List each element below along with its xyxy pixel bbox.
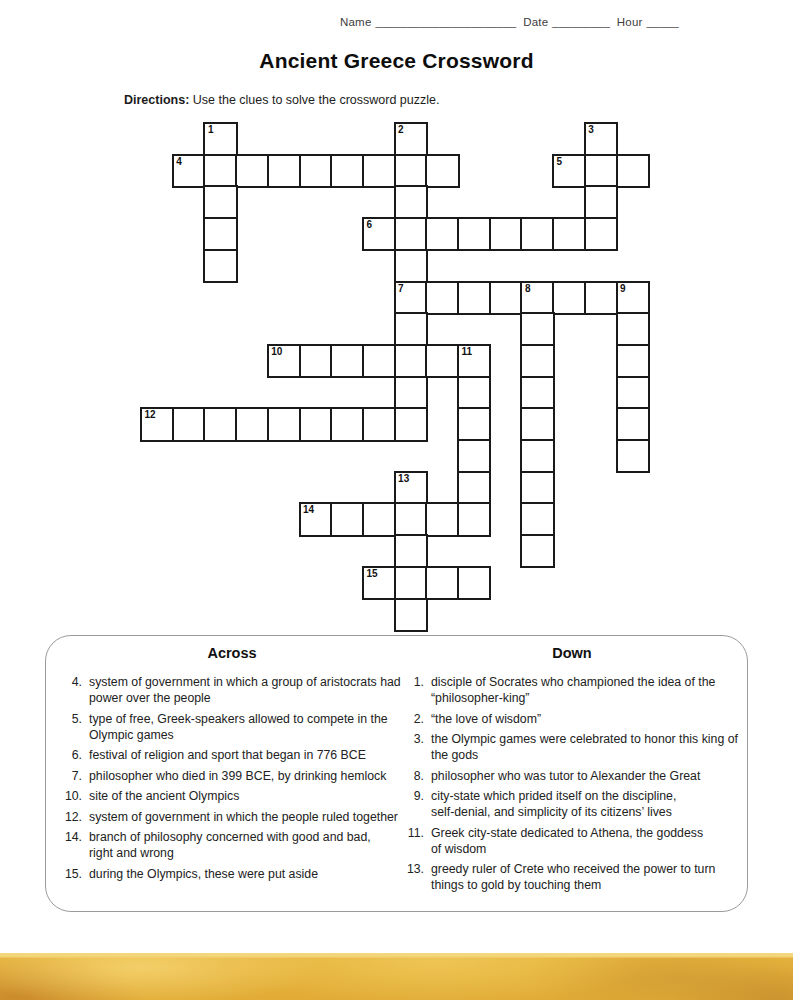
grid-cell-r2c14[interactable] <box>584 185 618 219</box>
down-clues-column: Down 1.disciple of Socrates who champion… <box>404 645 740 898</box>
across-clue-15: 15.during the Olympics, these were put a… <box>62 866 402 882</box>
across-header: Across <box>62 645 402 661</box>
clue-num-label: 6. <box>62 747 82 763</box>
grid-cell-r7c7[interactable] <box>362 344 396 378</box>
grid-cell-r9c7[interactable] <box>362 407 396 441</box>
clue-number-10: 10 <box>271 346 282 358</box>
page-title: Ancient Greece Crossword <box>0 49 793 73</box>
clue-text: festival of religion and sport that bega… <box>89 747 366 763</box>
clue-number-11: 11 <box>462 346 473 358</box>
clue-num-label: 8. <box>404 768 424 784</box>
clue-text: system of government in which a group of… <box>89 674 401 706</box>
grid-cell-r7c5[interactable] <box>299 344 333 378</box>
grid-cell-r6c8[interactable] <box>394 312 428 346</box>
clues-box: Across 4.system of government in which a… <box>45 635 748 912</box>
across-clue-4: 4.system of government in which a group … <box>62 674 402 706</box>
clue-text: site of the ancient Olympics <box>89 788 239 804</box>
grid-cell-r12c12[interactable] <box>520 502 554 536</box>
clue-text: philosopher who died in 399 BCE, by drin… <box>89 768 386 784</box>
clue-num-label: 10. <box>62 788 82 804</box>
clue-num-label: 4. <box>62 674 82 690</box>
clue-number-13: 13 <box>398 473 409 485</box>
clue-num-label: 1. <box>404 674 424 690</box>
clue-number-5: 5 <box>557 156 563 168</box>
name-label: Name <box>340 16 371 28</box>
grid-cell-r12c9[interactable] <box>425 502 459 536</box>
grid-cell-r1c15[interactable] <box>616 154 650 188</box>
clue-number-8: 8 <box>525 283 531 295</box>
grid-cell-r5c8[interactable]: 7 <box>394 281 428 315</box>
grid-cell-r1c7[interactable] <box>362 154 396 188</box>
grid-cell-r1c14[interactable] <box>584 154 618 188</box>
grid-cell-r11c10[interactable] <box>457 471 491 505</box>
clue-num-label: 15. <box>62 866 82 882</box>
grid-cell-r1c1[interactable]: 4 <box>172 154 206 188</box>
across-clue-12: 12.system of government in which the peo… <box>62 809 402 825</box>
grid-cell-r14c9[interactable] <box>425 566 459 600</box>
down-header: Down <box>404 645 740 661</box>
worksheet-page: Name______________________Date_________H… <box>0 0 793 1000</box>
grid-cell-r7c9[interactable] <box>425 344 459 378</box>
clue-number-9: 9 <box>620 283 626 295</box>
grid-cell-r1c3[interactable] <box>235 154 269 188</box>
clue-number-14: 14 <box>303 504 314 516</box>
crossword-grid: 123456789101112131415 <box>140 122 650 632</box>
grid-cell-r12c8[interactable] <box>394 502 428 536</box>
grid-cell-r12c7[interactable] <box>362 502 396 536</box>
across-clue-5: 5.type of free, Greek-speakers allowed t… <box>62 711 402 743</box>
clue-num-label: 5. <box>62 711 82 727</box>
grid-cell-r5c12[interactable]: 8 <box>520 281 554 315</box>
grid-cell-r1c9[interactable] <box>425 154 459 188</box>
grid-cell-r7c12[interactable] <box>520 344 554 378</box>
grid-cell-r9c8[interactable] <box>394 407 428 441</box>
grid-cell-r1c5[interactable] <box>299 154 333 188</box>
clue-num-label: 3. <box>404 731 424 747</box>
directions-line: Directions: Use the clues to solve the c… <box>124 93 439 107</box>
clue-num-label: 13. <box>404 861 424 877</box>
name-date-hour-line: Name______________________Date_________H… <box>340 16 686 28</box>
footer-bar: ANCIENT GREECE– CONTENT AND SKILLS PRACT… <box>0 953 793 1000</box>
clue-number-7: 7 <box>398 283 404 295</box>
grid-cell-r7c10[interactable]: 11 <box>457 344 491 378</box>
grid-cell-r10c10[interactable] <box>457 439 491 473</box>
grid-cell-r7c6[interactable] <box>330 344 364 378</box>
grid-cell-r8c15[interactable] <box>616 376 650 410</box>
grid-cell-r9c2[interactable] <box>203 407 237 441</box>
clue-text: disciple of Socrates who championed the … <box>431 674 715 706</box>
clue-text: type of free, Greek-speakers allowed to … <box>89 711 388 743</box>
clue-text: greedy ruler of Crete who received the p… <box>431 861 715 893</box>
grid-cell-r6c12[interactable] <box>520 312 554 346</box>
grid-cell-r3c13[interactable] <box>552 217 586 251</box>
grid-cell-r13c12[interactable] <box>520 534 554 568</box>
grid-cell-r10c12[interactable] <box>520 439 554 473</box>
clue-number-1: 1 <box>208 124 214 136</box>
grid-cell-r5c13[interactable] <box>552 281 586 315</box>
grid-cell-r8c12[interactable] <box>520 376 554 410</box>
grid-cell-r4c8[interactable] <box>394 249 428 283</box>
grid-cell-r1c4[interactable] <box>267 154 301 188</box>
grid-cell-r7c15[interactable] <box>616 344 650 378</box>
down-clue-2: 2.“the love of wisdom” <box>404 711 740 727</box>
date-blank[interactable]: _________ <box>552 16 610 28</box>
down-clue-9: 9.city-state which prided itself on the … <box>404 788 740 820</box>
grid-cell-r5c9[interactable] <box>425 281 459 315</box>
grid-cell-r5c10[interactable] <box>457 281 491 315</box>
clue-num-label: 7. <box>62 768 82 784</box>
grid-cell-r9c3[interactable] <box>235 407 269 441</box>
grid-cell-r3c12[interactable] <box>520 217 554 251</box>
grid-cell-r1c6[interactable] <box>330 154 364 188</box>
clue-num-label: 12. <box>62 809 82 825</box>
grid-cell-r3c8[interactable] <box>394 217 428 251</box>
clue-text: city-state which prided itself on the di… <box>431 788 676 820</box>
clue-number-12: 12 <box>145 409 156 421</box>
down-clue-13: 13.greedy ruler of Crete who received th… <box>404 861 740 893</box>
grid-cell-r9c10[interactable] <box>457 407 491 441</box>
grid-cell-r9c15[interactable] <box>616 407 650 441</box>
hour-blank[interactable]: _____ <box>647 16 679 28</box>
clue-number-2: 2 <box>398 124 404 136</box>
across-clue-14: 14.branch of philosophy concerned with g… <box>62 829 402 861</box>
down-clue-8: 8.philosopher who was tutor to Alexander… <box>404 768 740 784</box>
grid-cell-r11c8[interactable]: 13 <box>394 471 428 505</box>
grid-cell-r14c7[interactable]: 15 <box>362 566 396 600</box>
grid-cell-r3c7[interactable]: 6 <box>362 217 396 251</box>
grid-cell-r12c6[interactable] <box>330 502 364 536</box>
grid-cell-r3c2[interactable] <box>203 217 237 251</box>
clue-num-label: 2. <box>404 711 424 727</box>
grid-cell-r2c8[interactable] <box>394 185 428 219</box>
name-blank[interactable]: ______________________ <box>375 16 516 28</box>
grid-cell-r1c2[interactable] <box>203 154 237 188</box>
directions-text: Use the clues to solve the crossword puz… <box>189 93 439 107</box>
directions-label: Directions: <box>124 93 189 107</box>
across-clues-list: 4.system of government in which a group … <box>62 674 402 882</box>
clue-text: during the Olympics, these were put asid… <box>89 866 318 882</box>
clue-text: branch of philosophy concerned with good… <box>89 829 371 861</box>
down-clue-11: 11.Greek city-state dedicated to Athena,… <box>404 825 740 857</box>
grid-cell-r9c5[interactable] <box>299 407 333 441</box>
grid-cell-r0c8[interactable]: 2 <box>394 122 428 156</box>
grid-cell-r5c15[interactable]: 9 <box>616 281 650 315</box>
grid-cell-r0c14[interactable]: 3 <box>584 122 618 156</box>
grid-cell-r5c11[interactable] <box>489 281 523 315</box>
grid-cell-r12c5[interactable]: 14 <box>299 502 333 536</box>
clue-number-3: 3 <box>588 124 594 136</box>
grid-cell-r11c12[interactable] <box>520 471 554 505</box>
grid-cell-r15c8[interactable] <box>394 598 428 632</box>
clue-text: the Olympic games were celebrated to hon… <box>431 731 738 763</box>
grid-cell-r0c2[interactable]: 1 <box>203 122 237 156</box>
clue-num-label: 11. <box>404 825 424 841</box>
grid-cell-r9c4[interactable] <box>267 407 301 441</box>
grid-cell-r5c14[interactable] <box>584 281 618 315</box>
down-clue-3: 3.the Olympic games were celebrated to h… <box>404 731 740 763</box>
grid-cell-r8c8[interactable] <box>394 376 428 410</box>
grid-cell-r13c8[interactable] <box>394 534 428 568</box>
across-clues-column: Across 4.system of government in which a… <box>62 645 402 886</box>
clue-text: system of government in which the people… <box>89 809 398 825</box>
grid-cell-r10c15[interactable] <box>616 439 650 473</box>
grid-cell-r7c4[interactable]: 10 <box>267 344 301 378</box>
clue-num-label: 9. <box>404 788 424 804</box>
grid-cell-r6c15[interactable] <box>616 312 650 346</box>
clue-num-label: 14. <box>62 829 82 845</box>
across-clue-7: 7.philosopher who died in 399 BCE, by dr… <box>62 768 402 784</box>
grid-cell-r9c6[interactable] <box>330 407 364 441</box>
grid-cell-r9c12[interactable] <box>520 407 554 441</box>
grid-cell-r7c8[interactable] <box>394 344 428 378</box>
across-clue-10: 10.site of the ancient Olympics <box>62 788 402 804</box>
clue-text: “the love of wisdom” <box>431 711 541 727</box>
clue-number-15: 15 <box>366 568 377 580</box>
down-clue-1: 1.disciple of Socrates who championed th… <box>404 674 740 706</box>
grid-cell-r14c10[interactable] <box>457 566 491 600</box>
grid-cell-r3c11[interactable] <box>489 217 523 251</box>
grid-cell-r3c10[interactable] <box>457 217 491 251</box>
clue-text: philosopher who was tutor to Alexander t… <box>431 768 700 784</box>
date-label: Date <box>523 16 548 28</box>
clue-text: Greek city-state dedicated to Athena, th… <box>431 825 703 857</box>
hour-label: Hour <box>617 16 643 28</box>
grid-cell-r9c1[interactable] <box>172 407 206 441</box>
down-clues-list: 1.disciple of Socrates who championed th… <box>404 674 740 893</box>
grid-cell-r2c2[interactable] <box>203 185 237 219</box>
grid-cell-r3c9[interactable] <box>425 217 459 251</box>
grid-cell-r1c8[interactable] <box>394 154 428 188</box>
across-clue-6: 6.festival of religion and sport that be… <box>62 747 402 763</box>
grid-cell-r4c2[interactable] <box>203 249 237 283</box>
grid-cell-r8c10[interactable] <box>457 376 491 410</box>
grid-cell-r12c10[interactable] <box>457 502 491 536</box>
grid-cell-r9c0[interactable]: 12 <box>140 407 174 441</box>
clue-number-4: 4 <box>176 156 182 168</box>
grid-cell-r3c14[interactable] <box>584 217 618 251</box>
clue-number-6: 6 <box>366 219 372 231</box>
grid-cell-r1c13[interactable]: 5 <box>552 154 586 188</box>
grid-cell-r14c8[interactable] <box>394 566 428 600</box>
